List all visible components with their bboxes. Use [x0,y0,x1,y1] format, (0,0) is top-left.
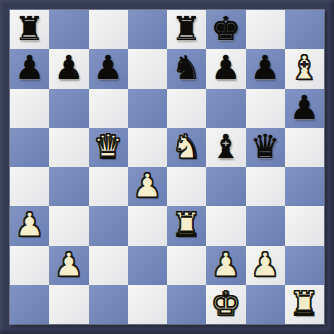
piece-white-rook-e3[interactable]: ♜ [172,208,202,241]
piece-black-rook-a8[interactable]: ♜ [15,12,45,45]
piece-white-bishop-h7[interactable]: ♝ [290,51,320,84]
board-frame: ♜♜♚♟♟♟♞♟♟♝♟♛♞♝♛♟♟♜♟♟♟♚♜ [0,0,334,334]
square-c7[interactable]: ♟ [89,49,128,88]
square-b3[interactable] [49,206,88,245]
square-a5[interactable] [10,128,49,167]
piece-black-rook-e8[interactable]: ♜ [172,12,202,45]
square-b8[interactable] [49,10,88,49]
square-b2[interactable]: ♟ [49,246,88,285]
piece-black-pawn-c7[interactable]: ♟ [93,51,123,84]
square-c4[interactable] [89,167,128,206]
square-e1[interactable] [167,285,206,324]
piece-black-pawn-b7[interactable]: ♟ [54,51,84,84]
square-f8[interactable]: ♚ [206,10,245,49]
square-c3[interactable] [89,206,128,245]
piece-black-queen-g5[interactable]: ♛ [250,130,280,163]
square-e7[interactable]: ♞ [167,49,206,88]
square-f5[interactable]: ♝ [206,128,245,167]
square-g6[interactable] [246,89,285,128]
square-a1[interactable] [10,285,49,324]
square-f3[interactable] [206,206,245,245]
square-b6[interactable] [49,89,88,128]
square-h1[interactable]: ♜ [285,285,324,324]
square-c8[interactable] [89,10,128,49]
square-c2[interactable] [89,246,128,285]
square-h8[interactable] [285,10,324,49]
piece-black-pawn-a7[interactable]: ♟ [15,51,45,84]
square-b7[interactable]: ♟ [49,49,88,88]
square-g4[interactable] [246,167,285,206]
square-d6[interactable] [128,89,167,128]
square-g1[interactable] [246,285,285,324]
square-e2[interactable] [167,246,206,285]
square-g8[interactable] [246,10,285,49]
square-a6[interactable] [10,89,49,128]
square-e4[interactable] [167,167,206,206]
square-h2[interactable] [285,246,324,285]
square-f4[interactable] [206,167,245,206]
piece-white-king-f1[interactable]: ♚ [211,287,241,320]
square-f2[interactable]: ♟ [206,246,245,285]
square-f7[interactable]: ♟ [206,49,245,88]
piece-white-pawn-d4[interactable]: ♟ [133,169,163,202]
square-d1[interactable] [128,285,167,324]
square-b1[interactable] [49,285,88,324]
square-c5[interactable]: ♛ [89,128,128,167]
piece-black-knight-e7[interactable]: ♞ [172,51,202,84]
square-d8[interactable] [128,10,167,49]
piece-black-king-f8[interactable]: ♚ [211,12,241,45]
square-e8[interactable]: ♜ [167,10,206,49]
square-h5[interactable] [285,128,324,167]
square-d2[interactable] [128,246,167,285]
square-b5[interactable] [49,128,88,167]
square-e5[interactable]: ♞ [167,128,206,167]
square-d5[interactable] [128,128,167,167]
piece-white-pawn-b2[interactable]: ♟ [54,248,84,281]
piece-white-pawn-f2[interactable]: ♟ [211,248,241,281]
piece-black-bishop-f5[interactable]: ♝ [211,130,241,163]
square-a2[interactable] [10,246,49,285]
square-a3[interactable]: ♟ [10,206,49,245]
piece-white-knight-e5[interactable]: ♞ [172,130,202,163]
square-h6[interactable]: ♟ [285,89,324,128]
piece-black-pawn-g7[interactable]: ♟ [250,51,280,84]
square-a7[interactable]: ♟ [10,49,49,88]
square-g3[interactable] [246,206,285,245]
square-b4[interactable] [49,167,88,206]
piece-white-rook-h1[interactable]: ♜ [290,287,320,320]
square-d3[interactable] [128,206,167,245]
square-h3[interactable] [285,206,324,245]
piece-white-pawn-g2[interactable]: ♟ [250,248,280,281]
square-d7[interactable] [128,49,167,88]
square-g5[interactable]: ♛ [246,128,285,167]
square-a8[interactable]: ♜ [10,10,49,49]
square-g7[interactable]: ♟ [246,49,285,88]
square-h4[interactable] [285,167,324,206]
square-c1[interactable] [89,285,128,324]
square-c6[interactable] [89,89,128,128]
square-e6[interactable] [167,89,206,128]
piece-white-queen-c5[interactable]: ♛ [93,130,123,163]
chess-board: ♜♜♚♟♟♟♞♟♟♝♟♛♞♝♛♟♟♜♟♟♟♚♜ [10,10,324,324]
square-f6[interactable] [206,89,245,128]
square-h7[interactable]: ♝ [285,49,324,88]
square-g2[interactable]: ♟ [246,246,285,285]
square-f1[interactable]: ♚ [206,285,245,324]
piece-black-pawn-h6[interactable]: ♟ [290,91,320,124]
piece-white-pawn-a3[interactable]: ♟ [15,208,45,241]
square-d4[interactable]: ♟ [128,167,167,206]
square-e3[interactable]: ♜ [167,206,206,245]
piece-black-pawn-f7[interactable]: ♟ [211,51,241,84]
square-a4[interactable] [10,167,49,206]
